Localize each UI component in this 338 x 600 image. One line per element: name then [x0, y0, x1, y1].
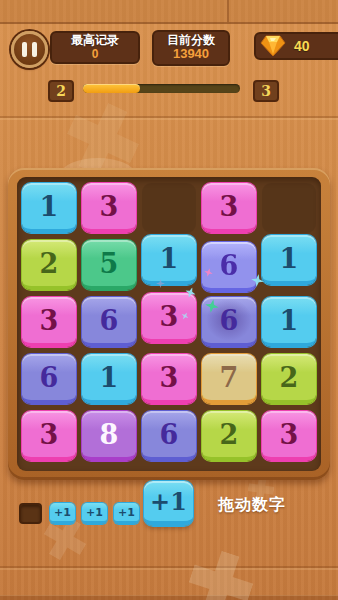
empty-cell — [142, 183, 196, 233]
plus-one-small-tile[interactable]: +1 — [82, 503, 107, 524]
diamond-icon — [260, 35, 286, 57]
tile-shade-overlay — [202, 354, 256, 400]
level-current: 2 — [48, 80, 74, 102]
tile-1[interactable]: 1 — [262, 297, 316, 347]
gem-count: 40 — [294, 38, 310, 54]
plus-one-small-tile[interactable]: +1 — [114, 503, 139, 524]
bandage-decal — [182, 544, 260, 600]
tile-3[interactable]: 3 — [142, 293, 196, 343]
tile-5[interactable]: 5 — [82, 240, 136, 290]
tile-6[interactable]: 6 — [202, 242, 256, 292]
tile-3[interactable]: 3 — [22, 297, 76, 347]
wood-plank-line — [0, 116, 338, 118]
wood-plank-top — [0, 0, 338, 24]
tile-8[interactable]: 8 — [82, 411, 136, 461]
tile-3[interactable]: 3 — [22, 411, 76, 461]
best-score-value: 0 — [52, 48, 138, 62]
empty-cell — [262, 183, 316, 233]
pause-icon — [22, 42, 27, 57]
tile-1[interactable]: 1 — [22, 183, 76, 233]
tray-empty-slot[interactable] — [19, 503, 42, 524]
plus-one-big-tile[interactable]: +1 — [144, 481, 193, 526]
level-progress-bar — [83, 84, 240, 93]
tile-3[interactable]: 3 — [142, 354, 196, 404]
level-progress-fill — [83, 84, 140, 93]
game-screen: 最高记录 0 目前分数 13940 40 2 3 133251613636161… — [0, 0, 338, 600]
wood-seam — [227, 0, 229, 22]
tile-2[interactable]: 2 — [202, 411, 256, 461]
pause-button[interactable] — [11, 31, 48, 68]
tile-1[interactable]: 1 — [142, 235, 196, 285]
tile-7[interactable]: 7 — [202, 354, 256, 404]
wood-plank-bottom — [0, 595, 338, 600]
current-score-label: 目前分数 — [154, 34, 228, 48]
tile-1[interactable]: 1 — [82, 354, 136, 404]
board-grid: 13325161363616137238623 — [22, 183, 316, 461]
tile-6[interactable]: 6 — [142, 411, 196, 461]
best-score-panel: 最高记录 0 — [50, 31, 140, 64]
tile-6[interactable]: 6 — [82, 297, 136, 347]
current-score-panel: 目前分数 13940 — [152, 30, 230, 66]
tile-6[interactable]: 6 — [22, 354, 76, 404]
tile-2[interactable]: 2 — [22, 240, 76, 290]
level-next: 3 — [253, 80, 279, 102]
wood-plank-line — [0, 566, 338, 568]
current-score-value: 13940 — [154, 47, 228, 62]
tile-1[interactable]: 1 — [262, 235, 316, 285]
tile-2[interactable]: 2 — [262, 354, 316, 404]
gem-counter: 40 — [254, 32, 338, 60]
tile-3[interactable]: 3 — [202, 183, 256, 233]
plus-one-small-tile[interactable]: +1 — [50, 503, 75, 524]
best-score-label: 最高记录 — [52, 34, 138, 48]
tile-3[interactable]: 3 — [262, 411, 316, 461]
tile-3[interactable]: 3 — [82, 183, 136, 233]
pause-icon — [32, 42, 37, 57]
drag-hint-label: 拖动数字 — [218, 495, 286, 516]
